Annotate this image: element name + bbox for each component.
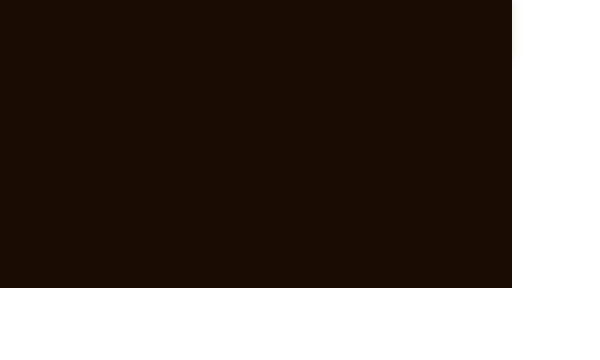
chess-box-photo bbox=[0, 0, 600, 360]
board-top-face bbox=[0, 0, 512, 288]
